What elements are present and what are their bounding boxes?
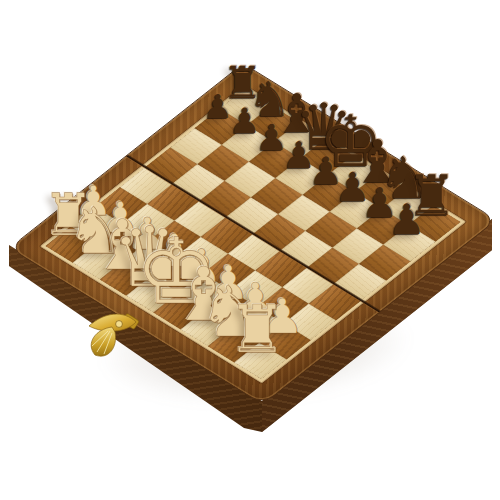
clasp-pin: [116, 321, 123, 328]
piece-white-rook-h1[interactable]: ♜: [228, 297, 287, 363]
chess-set-photo: ♜♞♝♛♚♝♞♜♟♟♟♟♟♟♟♟♟♟♟♟♟♟♟♟♜♞♝♛♚♝♞♜: [0, 0, 500, 500]
brass-clasp[interactable]: [76, 300, 140, 358]
piece-black-pawn-h7[interactable]: ♟: [388, 199, 426, 241]
